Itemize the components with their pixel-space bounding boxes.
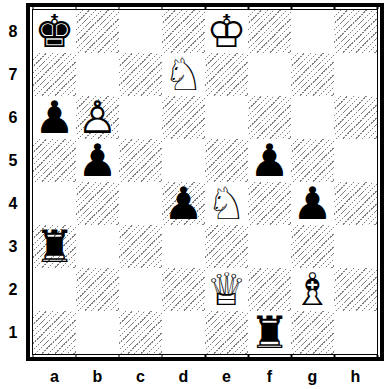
square-c8[interactable] xyxy=(119,10,162,53)
piece-glyph: ♗ xyxy=(292,266,332,311)
square-d2[interactable] xyxy=(162,268,205,311)
square-d7[interactable]: ♞♘ xyxy=(162,53,205,96)
file-label-a: a xyxy=(33,361,76,386)
white-bishop[interactable]: ♝♗ xyxy=(291,268,334,311)
square-f5[interactable]: ♟ xyxy=(248,139,291,182)
square-b2[interactable] xyxy=(76,268,119,311)
file-label-c: c xyxy=(119,361,162,386)
square-e6[interactable] xyxy=(205,96,248,139)
black-pawn[interactable]: ♟ xyxy=(76,139,119,182)
white-king[interactable]: ♚♔ xyxy=(205,10,248,53)
file-label-d: d xyxy=(162,361,205,386)
board-area: 87654321 ♚♚♔♞♘♟♟♙♟♟♟♞♘♟♜♛♕♝♗♜ xyxy=(0,3,384,361)
rank-label-1: 1 xyxy=(0,311,26,354)
white-queen[interactable]: ♛♕ xyxy=(205,268,248,311)
piece-glyph: ♟ xyxy=(292,180,332,225)
piece-glyph: ♟ xyxy=(249,137,289,182)
square-g4[interactable]: ♟ xyxy=(291,182,334,225)
piece-glyph: ♜ xyxy=(249,309,289,354)
piece-glyph: ♟ xyxy=(34,94,74,139)
rank-labels: 87654321 xyxy=(0,3,26,354)
square-d6[interactable] xyxy=(162,96,205,139)
square-g1[interactable] xyxy=(291,311,334,354)
square-d1[interactable] xyxy=(162,311,205,354)
square-a2[interactable] xyxy=(33,268,76,311)
black-pawn[interactable]: ♟ xyxy=(248,139,291,182)
square-c5[interactable] xyxy=(119,139,162,182)
piece-glyph: ♘ xyxy=(163,51,203,96)
square-c1[interactable] xyxy=(119,311,162,354)
rank-label-3: 3 xyxy=(0,225,26,268)
rank-label-5: 5 xyxy=(0,139,26,182)
black-rook[interactable]: ♜ xyxy=(248,311,291,354)
square-b8[interactable] xyxy=(76,10,119,53)
rank-label-6: 6 xyxy=(0,96,26,139)
black-pawn[interactable]: ♟ xyxy=(162,182,205,225)
board-frame: ♚♚♔♞♘♟♟♙♟♟♟♞♘♟♜♛♕♝♗♜ xyxy=(26,3,384,361)
square-a5[interactable] xyxy=(33,139,76,182)
square-b1[interactable] xyxy=(76,311,119,354)
square-c7[interactable] xyxy=(119,53,162,96)
square-f3[interactable] xyxy=(248,225,291,268)
square-a1[interactable] xyxy=(33,311,76,354)
black-rook[interactable]: ♜ xyxy=(33,225,76,268)
chess-board: ♚♚♔♞♘♟♟♙♟♟♟♞♘♟♜♛♕♝♗♜ xyxy=(32,9,378,355)
piece-glyph: ♔ xyxy=(206,8,246,53)
chess-diagram: 87654321 ♚♚♔♞♘♟♟♙♟♟♟♞♘♟♜♛♕♝♗♜ abcdefgh xyxy=(0,0,384,386)
black-king[interactable]: ♚ xyxy=(33,10,76,53)
white-knight[interactable]: ♞♘ xyxy=(205,182,248,225)
square-h4[interactable] xyxy=(334,182,377,225)
piece-glyph: ♕ xyxy=(206,266,246,311)
piece-glyph: ♚ xyxy=(34,8,74,53)
square-a8[interactable]: ♚ xyxy=(33,10,76,53)
square-e7[interactable] xyxy=(205,53,248,96)
square-h5[interactable] xyxy=(334,139,377,182)
square-a6[interactable]: ♟ xyxy=(33,96,76,139)
square-e4[interactable]: ♞♘ xyxy=(205,182,248,225)
square-h1[interactable] xyxy=(334,311,377,354)
rank-label-4: 4 xyxy=(0,182,26,225)
white-knight[interactable]: ♞♘ xyxy=(162,53,205,96)
square-f1[interactable]: ♜ xyxy=(248,311,291,354)
file-label-g: g xyxy=(291,361,334,386)
square-b3[interactable] xyxy=(76,225,119,268)
rank-label-8: 8 xyxy=(0,10,26,53)
piece-glyph: ♟ xyxy=(77,137,117,182)
piece-glyph: ♜ xyxy=(34,223,74,268)
piece-glyph: ♟ xyxy=(163,180,203,225)
file-label-h: h xyxy=(334,361,377,386)
square-g6[interactable] xyxy=(291,96,334,139)
square-h6[interactable] xyxy=(334,96,377,139)
square-c6[interactable] xyxy=(119,96,162,139)
square-c4[interactable] xyxy=(119,182,162,225)
rank-label-7: 7 xyxy=(0,53,26,96)
square-e1[interactable] xyxy=(205,311,248,354)
black-pawn[interactable]: ♟ xyxy=(33,96,76,139)
square-h8[interactable] xyxy=(334,10,377,53)
square-b4[interactable] xyxy=(76,182,119,225)
black-pawn[interactable]: ♟ xyxy=(291,182,334,225)
square-g7[interactable] xyxy=(291,53,334,96)
piece-glyph: ♘ xyxy=(206,180,246,225)
square-h2[interactable] xyxy=(334,268,377,311)
file-label-b: b xyxy=(76,361,119,386)
square-h3[interactable] xyxy=(334,225,377,268)
file-label-f: f xyxy=(248,361,291,386)
square-h7[interactable] xyxy=(334,53,377,96)
square-c3[interactable] xyxy=(119,225,162,268)
square-g2[interactable]: ♝♗ xyxy=(291,268,334,311)
square-f4[interactable] xyxy=(248,182,291,225)
square-c2[interactable] xyxy=(119,268,162,311)
square-d4[interactable]: ♟ xyxy=(162,182,205,225)
square-b5[interactable]: ♟ xyxy=(76,139,119,182)
frame-tick-strip-bottom xyxy=(30,355,380,357)
rank-label-2: 2 xyxy=(0,268,26,311)
square-g8[interactable] xyxy=(291,10,334,53)
square-f7[interactable] xyxy=(248,53,291,96)
square-f8[interactable] xyxy=(248,10,291,53)
square-e2[interactable]: ♛♕ xyxy=(205,268,248,311)
frame-tick-strip-top xyxy=(30,7,380,9)
square-d3[interactable] xyxy=(162,225,205,268)
file-labels: abcdefgh xyxy=(33,361,384,386)
square-a3[interactable]: ♜ xyxy=(33,225,76,268)
square-e8[interactable]: ♚♔ xyxy=(205,10,248,53)
file-label-e: e xyxy=(205,361,248,386)
